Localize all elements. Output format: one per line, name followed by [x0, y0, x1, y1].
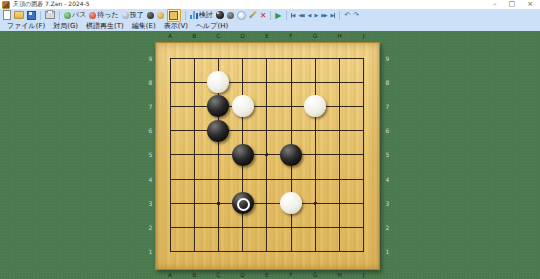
- black-stone-icon[interactable]: [216, 11, 224, 19]
- title-bar: 天頂の囲碁 7.Zen - 2024-5 – □ ×: [0, 0, 540, 9]
- printer-icon[interactable]: [45, 11, 55, 19]
- analyze-chart-icon: [190, 11, 198, 19]
- menu-item[interactable]: 対局(G): [49, 22, 82, 31]
- nav-last-button[interactable]: ▶: [331, 11, 336, 20]
- resign-icon: [122, 12, 129, 19]
- coordinate-label: D: [238, 32, 248, 39]
- nav-back10-button[interactable]: ◀◀: [298, 11, 304, 20]
- undo-icon: [89, 12, 96, 19]
- nav-back-button[interactable]: ◀: [308, 11, 312, 20]
- toolbar-separator: [185, 11, 186, 20]
- coordinate-label: 2: [146, 224, 155, 231]
- delete-icon[interactable]: ✕: [260, 11, 267, 20]
- undo-move-button[interactable]: 待った: [89, 10, 118, 20]
- coordinate-label: G: [310, 271, 320, 278]
- window-title: 天頂の囲碁 7.Zen - 2024-5: [13, 0, 90, 9]
- coordinate-label: F: [286, 32, 296, 39]
- minimize-button[interactable]: –: [493, 1, 497, 8]
- light-ball-icon[interactable]: [237, 11, 246, 20]
- territory-ball-icon[interactable]: [157, 12, 164, 19]
- analyze-button[interactable]: 検討: [190, 10, 213, 20]
- stone-black: [232, 144, 254, 166]
- menu-item[interactable]: ヘルプ(H): [192, 22, 232, 31]
- open-folder-icon[interactable]: [14, 11, 24, 19]
- toolbar-separator: [40, 11, 41, 20]
- resign-button[interactable]: 投了: [122, 10, 144, 20]
- coordinate-label: E: [262, 271, 272, 278]
- toolbar: パス 待った 投了 検討 ✕ ▶ ◀ ◀◀ ◀ ▶ ▶▶ ▶: [0, 9, 540, 21]
- coordinate-label: 7: [383, 103, 392, 110]
- hint-ball-icon[interactable]: [147, 12, 154, 19]
- last-move-marker: [237, 198, 250, 211]
- coordinate-label: 5: [146, 151, 155, 158]
- coordinate-label: H: [334, 32, 344, 39]
- coordinate-label: 4: [383, 176, 392, 183]
- pass-icon: [64, 12, 71, 19]
- nav-first-button[interactable]: ◀: [291, 11, 296, 20]
- coordinate-label: B: [189, 271, 199, 278]
- coordinate-label: 7: [146, 103, 155, 110]
- coordinate-label: 2: [383, 224, 392, 231]
- toolbar-separator: [339, 11, 340, 20]
- save-icon[interactable]: [27, 11, 36, 20]
- coordinate-label: H: [334, 271, 344, 278]
- coordinate-label: A: [165, 32, 175, 39]
- coordinate-label: 8: [383, 79, 392, 86]
- toolbar-separator: [286, 11, 287, 20]
- coordinate-label: C: [213, 32, 223, 39]
- board-mode-icon: [169, 11, 178, 20]
- board-mode-button[interactable]: [167, 9, 181, 22]
- coordinate-label: 4: [146, 176, 155, 183]
- edit-pen-icon[interactable]: [249, 11, 257, 19]
- menu-item[interactable]: 表示(V): [160, 22, 192, 31]
- coordinate-label: 6: [383, 127, 392, 134]
- coordinate-label: E: [262, 32, 272, 39]
- coordinate-label: F: [286, 271, 296, 278]
- close-button[interactable]: ×: [527, 1, 533, 8]
- coordinate-label: B: [189, 32, 199, 39]
- menu-item[interactable]: 棋譜再生(T): [82, 22, 128, 31]
- toolbar-separator: [59, 11, 60, 20]
- coordinate-label: 3: [383, 200, 392, 207]
- coordinate-label: J: [359, 32, 369, 39]
- coordinate-label: J: [359, 271, 369, 278]
- client-area: AABBCCDDEEFFGGHHJJ998877665544332211: [0, 31, 540, 279]
- nav-forward10-button[interactable]: ▶▶: [321, 11, 327, 20]
- coordinate-label: G: [310, 32, 320, 39]
- coordinate-label: 6: [146, 127, 155, 134]
- maximize-button[interactable]: □: [509, 1, 516, 8]
- menu-item[interactable]: ファイル(F): [3, 22, 49, 31]
- app-window: 天頂の囲碁 7.Zen - 2024-5 – □ × パス 待った 投了: [0, 0, 540, 279]
- stone-black: [280, 144, 302, 166]
- go-board[interactable]: [170, 58, 364, 252]
- coordinate-label: 5: [383, 151, 392, 158]
- play-icon[interactable]: ▶: [275, 11, 281, 20]
- coordinate-label: A: [165, 271, 175, 278]
- coordinate-label: 1: [146, 248, 155, 255]
- bar-icon: [334, 13, 335, 18]
- coordinate-label: 9: [146, 55, 155, 62]
- coordinate-label: D: [238, 271, 248, 278]
- coordinate-label: 3: [146, 200, 155, 207]
- stone-black: [207, 120, 229, 142]
- pass-button[interactable]: パス: [64, 10, 86, 20]
- toolbar-separator: [270, 11, 271, 20]
- coordinate-label: 9: [383, 55, 392, 62]
- coordinate-label: 1: [383, 248, 392, 255]
- new-file-icon[interactable]: [3, 10, 11, 20]
- stone-black: [232, 192, 254, 214]
- stone-white: [232, 95, 254, 117]
- window-controls: – □ ×: [493, 1, 533, 8]
- app-icon: [2, 1, 10, 9]
- menu-item[interactable]: 編集(E): [128, 22, 160, 31]
- coordinate-label: 8: [146, 79, 155, 86]
- rotate-left-icon[interactable]: ↶: [344, 11, 350, 20]
- gray-ball-icon[interactable]: [227, 12, 234, 19]
- rotate-right-icon[interactable]: ↷: [353, 11, 359, 20]
- coordinate-label: C: [213, 271, 223, 278]
- nav-forward-button[interactable]: ▶: [314, 11, 318, 20]
